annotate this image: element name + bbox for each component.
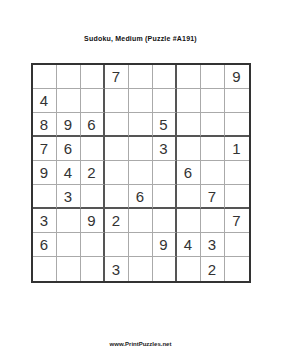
cell-r7c2[interactable]	[57, 209, 81, 233]
cell-r3c8[interactable]	[201, 113, 225, 137]
cell-r5c9[interactable]	[225, 161, 249, 185]
cell-r7c8[interactable]	[201, 209, 225, 233]
cell-r1c8[interactable]	[201, 65, 225, 89]
cell-r6c3[interactable]	[81, 185, 105, 209]
cell-r1c3[interactable]	[81, 65, 105, 89]
cell-r2c6[interactable]	[153, 89, 177, 113]
cell-r2c2[interactable]	[57, 89, 81, 113]
cell-r6c8[interactable]: 7	[201, 185, 225, 209]
cell-r5c5[interactable]	[129, 161, 153, 185]
cell-r4c6[interactable]: 3	[153, 137, 177, 161]
cell-r5c3[interactable]: 2	[81, 161, 105, 185]
cell-r6c9[interactable]	[225, 185, 249, 209]
cell-r7c4[interactable]: 2	[105, 209, 129, 233]
cell-r9c6[interactable]	[153, 257, 177, 281]
cell-r3c9[interactable]	[225, 113, 249, 137]
cell-r6c5[interactable]: 6	[129, 185, 153, 209]
cell-r4c1[interactable]: 7	[33, 137, 57, 161]
cell-r6c1[interactable]	[33, 185, 57, 209]
cell-r1c6[interactable]	[153, 65, 177, 89]
sudoku-board: 7948965763194263673927694332	[31, 63, 251, 283]
cell-r9c1[interactable]	[33, 257, 57, 281]
page-title: Sudoku, Medium (Puzzle #A191)	[84, 34, 197, 44]
cell-r9c5[interactable]	[129, 257, 153, 281]
cell-r5c1[interactable]: 9	[33, 161, 57, 185]
cell-r4c4[interactable]	[105, 137, 129, 161]
cell-r7c7[interactable]	[177, 209, 201, 233]
cell-r9c2[interactable]	[57, 257, 81, 281]
cell-r8c1[interactable]: 6	[33, 233, 57, 257]
cell-r7c1[interactable]: 3	[33, 209, 57, 233]
cell-r3c5[interactable]	[129, 113, 153, 137]
cell-r8c2[interactable]	[57, 233, 81, 257]
cell-r2c3[interactable]	[81, 89, 105, 113]
cell-r8c8[interactable]: 3	[201, 233, 225, 257]
cell-r4c7[interactable]	[177, 137, 201, 161]
cell-r3c4[interactable]	[105, 113, 129, 137]
cell-r3c1[interactable]: 8	[33, 113, 57, 137]
cell-r6c2[interactable]: 3	[57, 185, 81, 209]
cell-r8c4[interactable]	[105, 233, 129, 257]
cell-r4c9[interactable]: 1	[225, 137, 249, 161]
cell-r1c4[interactable]: 7	[105, 65, 129, 89]
cell-r1c5[interactable]	[129, 65, 153, 89]
cell-r8c5[interactable]	[129, 233, 153, 257]
cell-r3c6[interactable]: 5	[153, 113, 177, 137]
puzzle-page: Sudoku, Medium (Puzzle #A191) 7948965763…	[0, 0, 281, 363]
cell-r6c7[interactable]	[177, 185, 201, 209]
cell-r5c6[interactable]	[153, 161, 177, 185]
cell-r9c7[interactable]	[177, 257, 201, 281]
cell-r7c9[interactable]: 7	[225, 209, 249, 233]
cell-r1c2[interactable]	[57, 65, 81, 89]
cell-r7c6[interactable]	[153, 209, 177, 233]
cell-r2c5[interactable]	[129, 89, 153, 113]
cell-r6c4[interactable]	[105, 185, 129, 209]
cell-r8c3[interactable]	[81, 233, 105, 257]
cell-r7c5[interactable]	[129, 209, 153, 233]
cell-r1c1[interactable]	[33, 65, 57, 89]
cell-r4c2[interactable]: 6	[57, 137, 81, 161]
cell-r4c8[interactable]	[201, 137, 225, 161]
cell-r4c3[interactable]	[81, 137, 105, 161]
cell-r2c9[interactable]	[225, 89, 249, 113]
cell-r9c4[interactable]: 3	[105, 257, 129, 281]
cell-r5c2[interactable]: 4	[57, 161, 81, 185]
cell-r5c7[interactable]: 6	[177, 161, 201, 185]
cell-r4c5[interactable]	[129, 137, 153, 161]
cell-r3c7[interactable]	[177, 113, 201, 137]
cell-r8c9[interactable]	[225, 233, 249, 257]
cell-r2c8[interactable]	[201, 89, 225, 113]
cell-r3c3[interactable]: 6	[81, 113, 105, 137]
cell-r8c7[interactable]: 4	[177, 233, 201, 257]
cell-r7c3[interactable]: 9	[81, 209, 105, 233]
cell-r8c6[interactable]: 9	[153, 233, 177, 257]
footer-site-label: www.PrintPuzzles.net	[110, 340, 172, 348]
cell-r6c6[interactable]	[153, 185, 177, 209]
cell-r9c9[interactable]	[225, 257, 249, 281]
cell-r2c4[interactable]	[105, 89, 129, 113]
cell-r3c2[interactable]: 9	[57, 113, 81, 137]
cell-r2c7[interactable]	[177, 89, 201, 113]
cell-r9c3[interactable]	[81, 257, 105, 281]
cell-r2c1[interactable]: 4	[33, 89, 57, 113]
cell-r1c9[interactable]: 9	[225, 65, 249, 89]
cell-r5c4[interactable]	[105, 161, 129, 185]
cell-r9c8[interactable]: 2	[201, 257, 225, 281]
cell-r5c8[interactable]	[201, 161, 225, 185]
cell-r1c7[interactable]	[177, 65, 201, 89]
